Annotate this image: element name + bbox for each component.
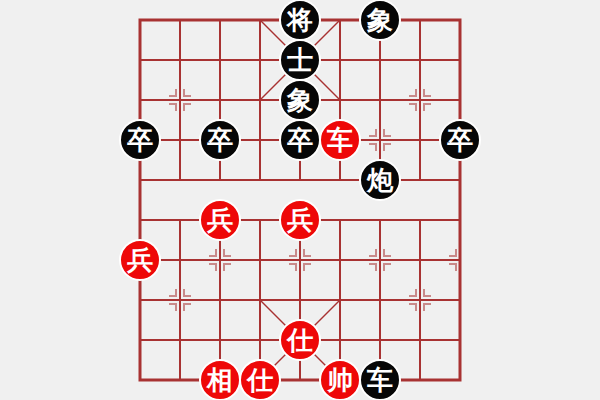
piece-black-soldier[interactable]: 卒 — [119, 119, 161, 161]
piece-black-elephant[interactable]: 象 — [279, 79, 321, 121]
piece-black-general[interactable]: 将 — [279, 0, 321, 41]
pieces-layer: 将象士象卒卒卒车卒炮兵兵兵仕相仕帅车 — [0, 0, 600, 400]
piece-red-advisor[interactable]: 仕 — [239, 359, 281, 400]
piece-red-soldier[interactable]: 兵 — [199, 199, 241, 241]
piece-red-general[interactable]: 帅 — [319, 359, 361, 400]
piece-black-soldier[interactable]: 卒 — [439, 119, 481, 161]
piece-red-soldier[interactable]: 兵 — [119, 239, 161, 281]
piece-black-elephant[interactable]: 象 — [359, 0, 401, 41]
piece-black-chariot[interactable]: 车 — [359, 359, 401, 400]
piece-red-soldier[interactable]: 兵 — [279, 199, 321, 241]
piece-black-soldier[interactable]: 卒 — [279, 119, 321, 161]
xiangqi-app: 将象士象卒卒卒车卒炮兵兵兵仕相仕帅车 — [0, 0, 600, 400]
piece-red-advisor[interactable]: 仕 — [279, 319, 321, 361]
piece-red-elephant[interactable]: 相 — [199, 359, 241, 400]
piece-black-advisor[interactable]: 士 — [279, 39, 321, 81]
piece-black-soldier[interactable]: 卒 — [199, 119, 241, 161]
piece-black-cannon[interactable]: 炮 — [359, 159, 401, 201]
piece-red-chariot[interactable]: 车 — [319, 119, 361, 161]
